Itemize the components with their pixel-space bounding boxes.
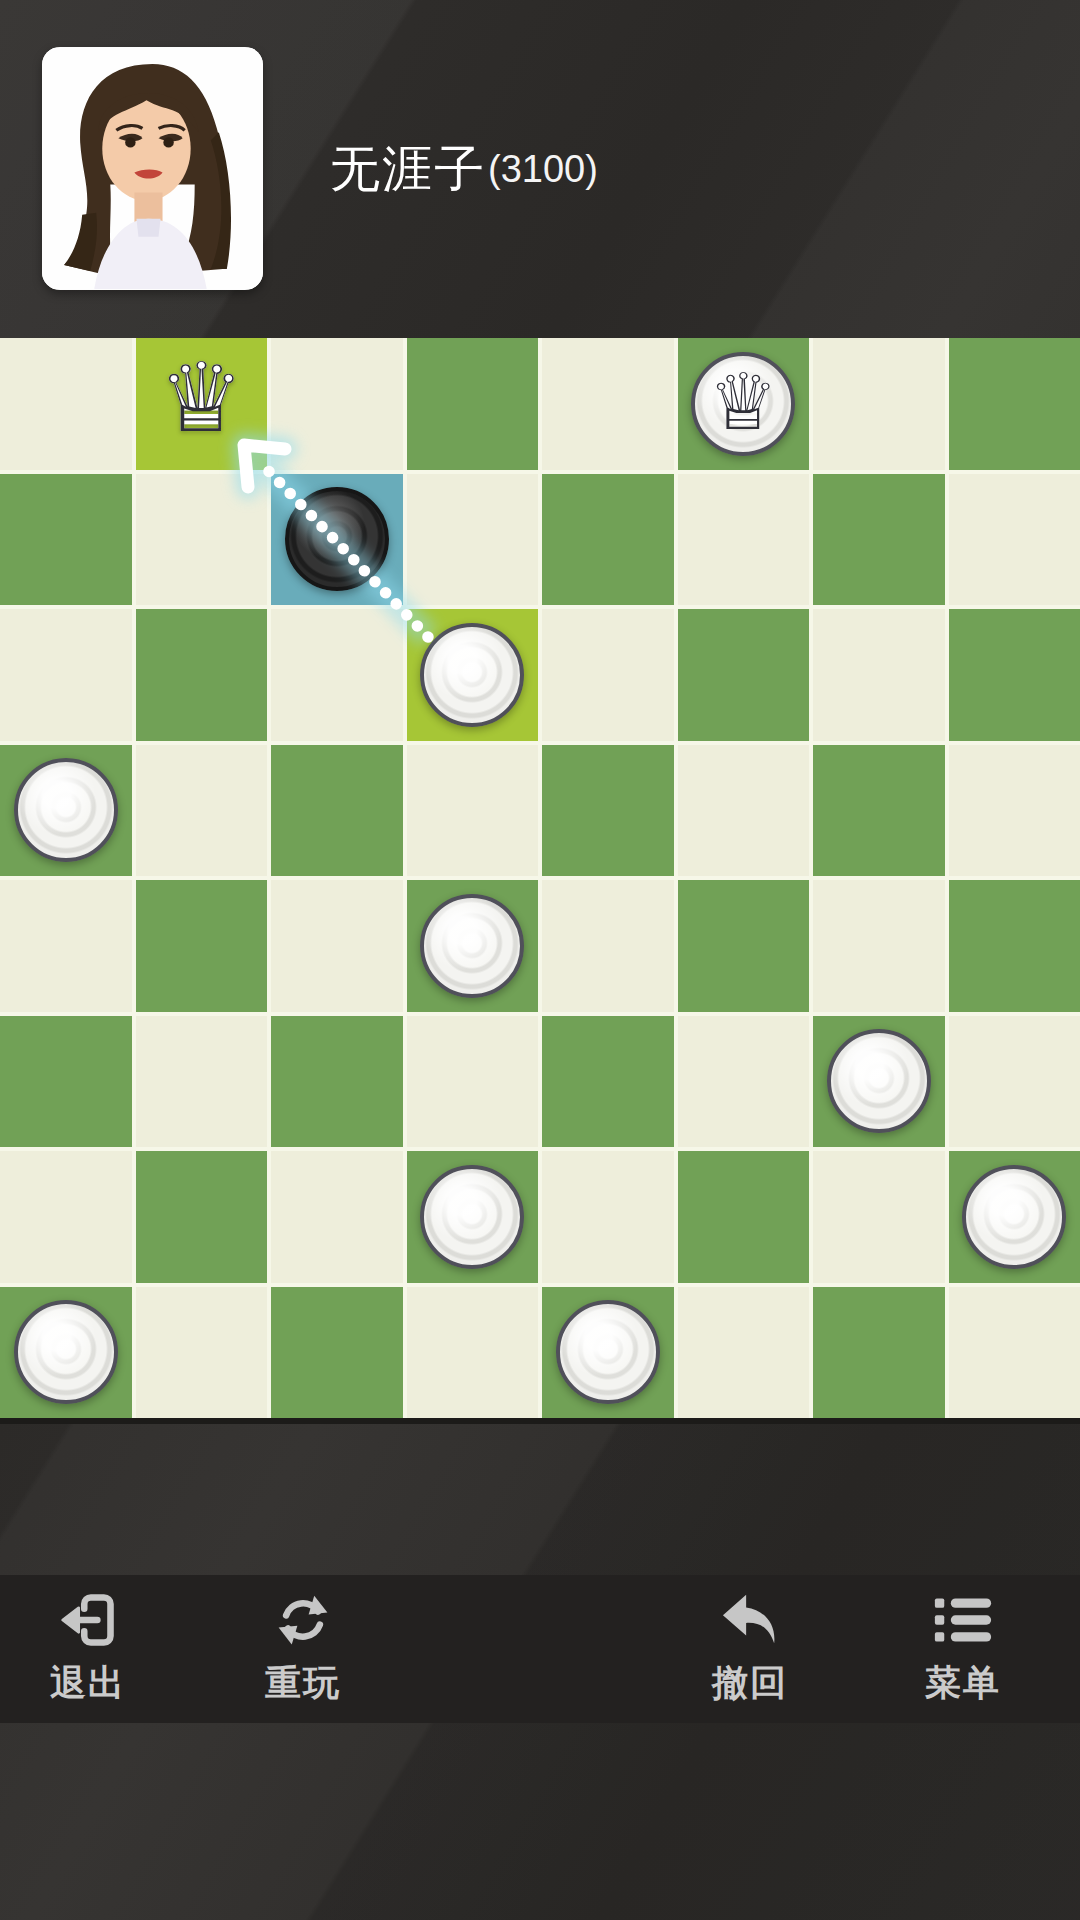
- square-r3c0[interactable]: [0, 745, 132, 877]
- menu-label: 菜单: [925, 1659, 1001, 1708]
- white-man[interactable]: [420, 894, 524, 998]
- square-r6c4[interactable]: [542, 1151, 674, 1283]
- opponent-header: 无涯子(3100): [0, 0, 1080, 338]
- replay-button[interactable]: 重玩: [265, 1575, 341, 1723]
- square-r6c0[interactable]: [0, 1151, 132, 1283]
- square-r5c3[interactable]: [407, 1016, 539, 1148]
- square-r2c2[interactable]: [271, 609, 403, 741]
- square-r5c7[interactable]: [949, 1016, 1080, 1148]
- square-r3c1[interactable]: [136, 745, 268, 877]
- square-r2c5[interactable]: [678, 609, 810, 741]
- square-r6c7[interactable]: [949, 1151, 1080, 1283]
- square-r7c1[interactable]: [136, 1287, 268, 1419]
- square-r2c4[interactable]: [542, 609, 674, 741]
- square-r1c3[interactable]: [407, 474, 539, 606]
- exit-label: 退出: [50, 1659, 126, 1708]
- square-r7c3[interactable]: [407, 1287, 539, 1419]
- white-man[interactable]: [14, 758, 118, 862]
- square-r4c3[interactable]: [407, 880, 539, 1012]
- menu-button[interactable]: 菜单: [925, 1575, 1001, 1723]
- square-r6c1[interactable]: [136, 1151, 268, 1283]
- square-r0c7[interactable]: [949, 338, 1080, 470]
- black-man[interactable]: [285, 487, 389, 591]
- undo-label: 撤回: [712, 1659, 788, 1708]
- square-r6c5[interactable]: [678, 1151, 810, 1283]
- square-r2c0[interactable]: [0, 609, 132, 741]
- square-r4c2[interactable]: [271, 880, 403, 1012]
- square-r2c6[interactable]: [813, 609, 945, 741]
- square-r3c7[interactable]: [949, 745, 1080, 877]
- opponent-name: 无涯子: [330, 136, 486, 203]
- square-r0c3[interactable]: [407, 338, 539, 470]
- square-r0c0[interactable]: [0, 338, 132, 470]
- exit-button[interactable]: 退出: [50, 1575, 126, 1723]
- white-man[interactable]: [420, 623, 524, 727]
- square-r6c6[interactable]: [813, 1151, 945, 1283]
- white-king-crown-icon: ♛♕: [708, 363, 778, 441]
- avatar-image: [42, 47, 263, 290]
- white-man[interactable]: [420, 1165, 524, 1269]
- board-area: ♛♕♛♕: [0, 338, 1080, 1418]
- replay-label: 重玩: [265, 1659, 341, 1708]
- square-r1c1[interactable]: [136, 474, 268, 606]
- square-r1c5[interactable]: [678, 474, 810, 606]
- square-r5c2[interactable]: [271, 1016, 403, 1148]
- square-r7c7[interactable]: [949, 1287, 1080, 1419]
- undo-icon: [719, 1591, 781, 1649]
- square-r1c7[interactable]: [949, 474, 1080, 606]
- square-r4c0[interactable]: [0, 880, 132, 1012]
- square-r0c1[interactable]: ♛♕: [136, 338, 268, 470]
- white-man[interactable]: [962, 1165, 1066, 1269]
- square-r5c1[interactable]: [136, 1016, 268, 1148]
- exit-icon: [58, 1591, 118, 1649]
- square-r3c4[interactable]: [542, 745, 674, 877]
- square-r7c0[interactable]: [0, 1287, 132, 1419]
- square-r1c6[interactable]: [813, 474, 945, 606]
- board-bottom-shadow: [0, 1418, 1080, 1424]
- square-r4c1[interactable]: [136, 880, 268, 1012]
- square-r4c4[interactable]: [542, 880, 674, 1012]
- square-r0c5[interactable]: ♛♕: [678, 338, 810, 470]
- square-r2c3[interactable]: [407, 609, 539, 741]
- square-r2c7[interactable]: [949, 609, 1080, 741]
- square-r1c2[interactable]: [271, 474, 403, 606]
- square-r3c3[interactable]: [407, 745, 539, 877]
- square-r5c5[interactable]: [678, 1016, 810, 1148]
- square-r5c0[interactable]: [0, 1016, 132, 1148]
- square-r5c4[interactable]: [542, 1016, 674, 1148]
- square-r1c0[interactable]: [0, 474, 132, 606]
- opponent-avatar: [42, 47, 263, 290]
- bottom-toolbar: 退出 重玩 撤回 菜单: [0, 1575, 1080, 1723]
- square-r3c5[interactable]: [678, 745, 810, 877]
- square-r2c1[interactable]: [136, 609, 268, 741]
- white-man[interactable]: [827, 1029, 931, 1133]
- square-r3c2[interactable]: [271, 745, 403, 877]
- white-king[interactable]: ♛♕: [691, 352, 795, 456]
- opponent-rating: (3100): [488, 148, 598, 191]
- square-r7c6[interactable]: [813, 1287, 945, 1419]
- square-r0c2[interactable]: [271, 338, 403, 470]
- checkers-board[interactable]: ♛♕♛♕: [0, 338, 1080, 1418]
- undo-button[interactable]: 撤回: [712, 1575, 788, 1723]
- square-r3c6[interactable]: [813, 745, 945, 877]
- square-r1c4[interactable]: [542, 474, 674, 606]
- opponent-title: 无涯子(3100): [330, 0, 598, 338]
- promotion-crown-icon: ♛♕: [158, 350, 244, 446]
- square-r6c2[interactable]: [271, 1151, 403, 1283]
- white-man[interactable]: [556, 1300, 660, 1404]
- square-r0c4[interactable]: [542, 338, 674, 470]
- square-r7c2[interactable]: [271, 1287, 403, 1419]
- white-man[interactable]: [14, 1300, 118, 1404]
- square-r5c6[interactable]: [813, 1016, 945, 1148]
- square-r7c4[interactable]: [542, 1287, 674, 1419]
- square-r0c6[interactable]: [813, 338, 945, 470]
- square-r6c3[interactable]: [407, 1151, 539, 1283]
- square-r4c6[interactable]: [813, 880, 945, 1012]
- square-r4c7[interactable]: [949, 880, 1080, 1012]
- square-r4c5[interactable]: [678, 880, 810, 1012]
- square-r7c5[interactable]: [678, 1287, 810, 1419]
- replay-icon: [273, 1591, 333, 1649]
- menu-icon: [933, 1591, 993, 1649]
